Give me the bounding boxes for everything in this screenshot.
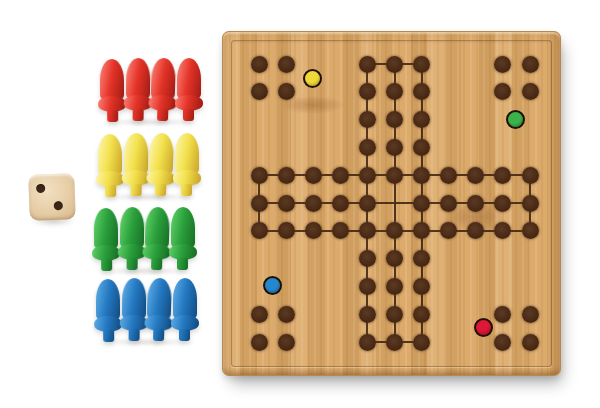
- board-hole[interactable]: [467, 222, 484, 239]
- peg-stem: [128, 329, 139, 341]
- board-hole[interactable]: [251, 83, 268, 100]
- board-hole[interactable]: [522, 195, 539, 212]
- board-hole[interactable]: [251, 195, 268, 212]
- red-peg[interactable]: [98, 59, 126, 122]
- peg-head: [175, 133, 199, 175]
- die-pip: [54, 201, 63, 210]
- board-hole[interactable]: [386, 167, 403, 184]
- board-hole[interactable]: [413, 306, 430, 323]
- board-hole[interactable]: [522, 167, 539, 184]
- peg-head: [121, 278, 146, 320]
- green-start-marker[interactable]: [506, 110, 525, 129]
- board-hole[interactable]: [413, 167, 430, 184]
- board-hole[interactable]: [494, 306, 511, 323]
- peg-head: [100, 59, 124, 101]
- ludo-board: [222, 31, 561, 376]
- green-peg[interactable]: [142, 207, 172, 271]
- peg-row-yellow: [96, 133, 202, 198]
- yellow-peg[interactable]: [96, 134, 124, 197]
- board-hole[interactable]: [251, 167, 268, 184]
- peg-head: [147, 278, 172, 321]
- peg-head: [173, 278, 197, 320]
- board-hole[interactable]: [251, 56, 268, 73]
- board-hole[interactable]: [359, 167, 376, 184]
- peg-head: [171, 207, 195, 249]
- board-hole[interactable]: [386, 83, 403, 100]
- board-hole[interactable]: [278, 306, 295, 323]
- board-hole[interactable]: [359, 139, 376, 156]
- board-hole[interactable]: [278, 83, 295, 100]
- board-hole[interactable]: [386, 222, 403, 239]
- board-hole[interactable]: [522, 56, 539, 73]
- peg-head: [96, 279, 120, 321]
- board-hole[interactable]: [386, 250, 403, 267]
- board-hole[interactable]: [332, 222, 349, 239]
- board-hole[interactable]: [413, 139, 430, 156]
- board-hole[interactable]: [359, 56, 376, 73]
- peg-head: [149, 133, 174, 176]
- board-hole[interactable]: [359, 195, 376, 212]
- peg-stem: [183, 109, 194, 121]
- peg-stem: [179, 329, 190, 341]
- board-hole[interactable]: [305, 222, 322, 239]
- board-hole[interactable]: [413, 111, 430, 128]
- board-hole[interactable]: [386, 278, 403, 295]
- peg-stem: [101, 259, 112, 271]
- peg-stem: [103, 330, 114, 342]
- board-hole[interactable]: [467, 167, 484, 184]
- board-hole[interactable]: [278, 222, 295, 239]
- board-hole[interactable]: [386, 139, 403, 156]
- board-hole[interactable]: [359, 334, 376, 351]
- board-hole[interactable]: [494, 334, 511, 351]
- peg-stem: [151, 258, 162, 270]
- board-hole[interactable]: [386, 306, 403, 323]
- board-hole[interactable]: [359, 222, 376, 239]
- board-hole[interactable]: [413, 278, 430, 295]
- peg-row-blue: [94, 278, 200, 343]
- board-hole[interactable]: [305, 195, 322, 212]
- peg-head: [94, 208, 118, 250]
- blue-peg[interactable]: [171, 278, 199, 341]
- green-peg[interactable]: [92, 208, 120, 271]
- peg-stem: [181, 184, 192, 196]
- board-hole[interactable]: [522, 306, 539, 323]
- die-pip: [36, 184, 45, 193]
- board-hole[interactable]: [467, 195, 484, 212]
- board-hole[interactable]: [278, 167, 295, 184]
- board-hole[interactable]: [494, 56, 511, 73]
- board-hole[interactable]: [522, 222, 539, 239]
- board-hole[interactable]: [440, 195, 457, 212]
- peg-head: [123, 133, 148, 175]
- peg-head: [98, 134, 122, 176]
- red-peg[interactable]: [175, 58, 203, 121]
- yellow-peg[interactable]: [173, 133, 201, 196]
- yellow-peg[interactable]: [146, 133, 176, 197]
- board-hole[interactable]: [494, 195, 511, 212]
- peg-stem: [153, 329, 164, 341]
- peg-head: [119, 207, 144, 249]
- peg-head: [145, 207, 170, 250]
- peg-row-red: [98, 58, 204, 123]
- peg-row-green: [92, 207, 198, 272]
- board-hole[interactable]: [359, 306, 376, 323]
- peg-stem: [155, 184, 166, 196]
- board-hole[interactable]: [413, 195, 430, 212]
- board-hole[interactable]: [522, 83, 539, 100]
- peg-head: [125, 58, 150, 100]
- peg-stem: [107, 110, 118, 122]
- peg-stem: [157, 109, 168, 121]
- blue-peg[interactable]: [144, 278, 174, 342]
- board-hole[interactable]: [413, 83, 430, 100]
- board-hole[interactable]: [494, 222, 511, 239]
- board-hole[interactable]: [278, 334, 295, 351]
- peg-stem: [105, 185, 116, 197]
- board-hole[interactable]: [494, 83, 511, 100]
- blue-start-marker[interactable]: [263, 276, 282, 295]
- red-start-marker[interactable]: [474, 318, 493, 337]
- board-hole[interactable]: [359, 83, 376, 100]
- board-hole[interactable]: [305, 167, 322, 184]
- board-hole[interactable]: [278, 56, 295, 73]
- board-hole[interactable]: [332, 195, 349, 212]
- board-hole[interactable]: [278, 195, 295, 212]
- board-hole[interactable]: [332, 167, 349, 184]
- board-hole[interactable]: [440, 167, 457, 184]
- green-peg[interactable]: [169, 207, 197, 270]
- board-hole[interactable]: [413, 56, 430, 73]
- board-hole[interactable]: [413, 222, 430, 239]
- board-hole[interactable]: [386, 56, 403, 73]
- peg-head: [177, 58, 201, 100]
- red-peg[interactable]: [148, 58, 178, 122]
- board-hole[interactable]: [251, 334, 268, 351]
- board-hole[interactable]: [359, 250, 376, 267]
- yellow-start-marker[interactable]: [303, 69, 322, 88]
- peg-stem: [132, 109, 143, 121]
- board-hole[interactable]: [413, 334, 430, 351]
- board-hole[interactable]: [494, 167, 511, 184]
- board-hole[interactable]: [386, 334, 403, 351]
- board-hole[interactable]: [386, 111, 403, 128]
- board-hole-field: [223, 32, 560, 375]
- peg-stem: [126, 258, 137, 270]
- board-hole[interactable]: [440, 222, 457, 239]
- peg-head: [151, 58, 176, 101]
- board-hole[interactable]: [251, 222, 268, 239]
- board-hole[interactable]: [359, 278, 376, 295]
- board-hole[interactable]: [359, 111, 376, 128]
- board-hole[interactable]: [522, 334, 539, 351]
- scene: [0, 0, 600, 408]
- peg-stem: [177, 258, 188, 270]
- blue-peg[interactable]: [94, 279, 122, 342]
- board-hole[interactable]: [251, 306, 268, 323]
- peg-stem: [130, 184, 141, 196]
- wooden-die[interactable]: [28, 173, 76, 221]
- board-hole[interactable]: [413, 250, 430, 267]
